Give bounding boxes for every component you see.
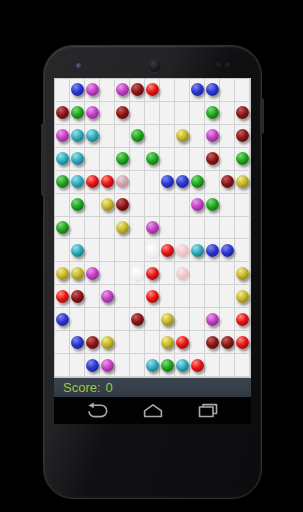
volume-button[interactable] — [41, 123, 45, 196]
board-cell[interactable] — [160, 285, 175, 308]
board-cell[interactable] — [205, 239, 220, 262]
board-cell[interactable] — [145, 354, 160, 377]
board-cell[interactable] — [55, 79, 70, 102]
board-cell[interactable] — [130, 285, 145, 308]
light-sensor — [225, 62, 230, 67]
navigation-bar — [54, 397, 251, 424]
board-cell[interactable] — [190, 194, 205, 217]
board-cell[interactable] — [205, 194, 220, 217]
board-cell[interactable] — [220, 148, 235, 171]
board-cell[interactable] — [205, 217, 220, 240]
board-cell[interactable] — [55, 125, 70, 148]
board-cell[interactable] — [85, 125, 100, 148]
screen: Score: 0 — [54, 78, 251, 422]
board-cell[interactable] — [70, 354, 85, 377]
board-cell[interactable] — [145, 194, 160, 217]
cyan-ball[interactable] — [191, 244, 204, 257]
board-cell[interactable] — [130, 194, 145, 217]
cyan-ball[interactable] — [56, 152, 69, 165]
board-cell[interactable] — [190, 125, 205, 148]
phone-frame: Score: 0 — [43, 45, 262, 499]
board-cell[interactable] — [55, 354, 70, 377]
board-cell[interactable] — [145, 285, 160, 308]
green-ball[interactable] — [206, 106, 219, 119]
green-ball[interactable] — [236, 152, 249, 165]
red-ball[interactable] — [236, 313, 249, 326]
board-cell[interactable] — [70, 79, 85, 102]
green-ball[interactable] — [191, 175, 204, 188]
board-cell[interactable] — [175, 79, 190, 102]
red-ball[interactable] — [146, 290, 159, 303]
dark-red-ball[interactable] — [221, 175, 234, 188]
yellow-ball[interactable] — [101, 198, 114, 211]
board-cell[interactable] — [190, 354, 205, 377]
board-cell[interactable] — [160, 217, 175, 240]
magenta-ball[interactable] — [146, 221, 159, 234]
score-value: 0 — [106, 380, 113, 395]
board-cell[interactable] — [145, 308, 160, 331]
board-cell[interactable] — [235, 125, 250, 148]
magenta-ball[interactable] — [206, 129, 219, 142]
cyan-ball[interactable] — [71, 129, 84, 142]
red-ball[interactable] — [191, 359, 204, 372]
score-label: Score: — [63, 380, 101, 395]
cyan-ball[interactable] — [71, 244, 84, 257]
board-cell[interactable] — [85, 262, 100, 285]
board-cell[interactable] — [175, 331, 190, 354]
preview-white-ball[interactable] — [131, 267, 144, 280]
board-cell[interactable] — [70, 171, 85, 194]
board-cell[interactable] — [190, 217, 205, 240]
board-cell[interactable] — [220, 194, 235, 217]
board-cell[interactable] — [160, 308, 175, 331]
board-cell[interactable] — [85, 308, 100, 331]
board-cell[interactable] — [130, 125, 145, 148]
board-cell[interactable] — [130, 262, 145, 285]
board-cell[interactable] — [205, 308, 220, 331]
board-cell[interactable] — [85, 171, 100, 194]
board-cell[interactable] — [220, 102, 235, 125]
board-cell[interactable] — [100, 79, 115, 102]
dark-red-ball[interactable] — [206, 336, 219, 349]
red-ball[interactable] — [146, 267, 159, 280]
board-cell[interactable] — [55, 194, 70, 217]
board-cell[interactable] — [190, 239, 205, 262]
board-cell[interactable] — [235, 239, 250, 262]
board-cell[interactable] — [235, 354, 250, 377]
magenta-ball[interactable] — [86, 106, 99, 119]
board-cell[interactable] — [55, 331, 70, 354]
green-ball[interactable] — [71, 106, 84, 119]
board-cell[interactable] — [175, 239, 190, 262]
board-cell[interactable] — [190, 102, 205, 125]
cyan-ball[interactable] — [176, 359, 189, 372]
board-cell[interactable] — [100, 171, 115, 194]
magenta-ball[interactable] — [191, 198, 204, 211]
board-cell[interactable] — [130, 148, 145, 171]
preview-pink-ball[interactable] — [176, 244, 189, 257]
board-cell[interactable] — [235, 79, 250, 102]
board-cell[interactable] — [130, 331, 145, 354]
dark-red-ball[interactable] — [206, 152, 219, 165]
yellow-ball[interactable] — [116, 221, 129, 234]
board-cell[interactable] — [85, 194, 100, 217]
board-cell[interactable] — [55, 148, 70, 171]
cyan-ball[interactable] — [71, 152, 84, 165]
dark-red-ball[interactable] — [71, 290, 84, 303]
board-cell[interactable] — [220, 171, 235, 194]
board-cell[interactable] — [115, 194, 130, 217]
board-cell[interactable] — [220, 285, 235, 308]
board-cell[interactable] — [85, 285, 100, 308]
board-cell[interactable] — [115, 285, 130, 308]
board-cell[interactable] — [190, 285, 205, 308]
dark-red-ball[interactable] — [116, 198, 129, 211]
proximity-sensor — [216, 62, 221, 67]
board-cell[interactable] — [175, 194, 190, 217]
red-ball[interactable] — [146, 83, 159, 96]
board-cell[interactable] — [175, 308, 190, 331]
board-cell[interactable] — [85, 79, 100, 102]
board-cell[interactable] — [100, 102, 115, 125]
board-cell[interactable] — [130, 79, 145, 102]
board-cell[interactable] — [160, 148, 175, 171]
board-cell[interactable] — [160, 262, 175, 285]
board-cell[interactable] — [85, 239, 100, 262]
board-cell[interactable] — [55, 217, 70, 240]
board-cell[interactable] — [100, 239, 115, 262]
green-ball[interactable] — [131, 129, 144, 142]
board-cell[interactable] — [115, 217, 130, 240]
red-ball[interactable] — [86, 175, 99, 188]
dark-red-ball[interactable] — [131, 83, 144, 96]
front-camera — [76, 63, 82, 69]
board-cell[interactable] — [115, 148, 130, 171]
preview-white-ball[interactable] — [146, 244, 159, 257]
board-cell[interactable] — [145, 171, 160, 194]
board-cell[interactable] — [70, 102, 85, 125]
back-icon[interactable] — [85, 402, 111, 419]
blue-ball[interactable] — [86, 359, 99, 372]
board-cell[interactable] — [100, 194, 115, 217]
board-cell[interactable] — [235, 217, 250, 240]
board-cell[interactable] — [190, 171, 205, 194]
green-ball[interactable] — [116, 152, 129, 165]
board-cell[interactable] — [100, 308, 115, 331]
board-cell[interactable] — [220, 217, 235, 240]
board-cell[interactable] — [145, 102, 160, 125]
blue-ball[interactable] — [191, 83, 204, 96]
board-cell[interactable] — [70, 125, 85, 148]
board-cell[interactable] — [175, 285, 190, 308]
board-cell[interactable] — [160, 194, 175, 217]
board-cell[interactable] — [115, 262, 130, 285]
board-cell[interactable] — [100, 125, 115, 148]
green-ball[interactable] — [206, 198, 219, 211]
board-cell[interactable] — [205, 285, 220, 308]
board-cell[interactable] — [85, 354, 100, 377]
red-ball[interactable] — [176, 336, 189, 349]
board-cell[interactable] — [85, 331, 100, 354]
board-cell[interactable] — [115, 354, 130, 377]
board-cell[interactable] — [205, 354, 220, 377]
board-cell[interactable] — [235, 171, 250, 194]
board-cell[interactable] — [175, 354, 190, 377]
board-cell[interactable] — [235, 102, 250, 125]
cyan-ball[interactable] — [71, 175, 84, 188]
board-cell[interactable] — [160, 171, 175, 194]
board-cell[interactable] — [130, 102, 145, 125]
home-icon[interactable] — [140, 402, 166, 419]
preview-mauve-ball[interactable] — [116, 175, 129, 188]
board-cell[interactable] — [130, 308, 145, 331]
recents-icon[interactable] — [195, 402, 221, 419]
board-cell[interactable] — [220, 262, 235, 285]
board-cell[interactable] — [190, 331, 205, 354]
board-cell[interactable] — [70, 262, 85, 285]
board-cell[interactable] — [145, 217, 160, 240]
green-ball[interactable] — [56, 221, 69, 234]
blue-ball[interactable] — [56, 313, 69, 326]
board-cell[interactable] — [205, 262, 220, 285]
board-cell[interactable] — [70, 308, 85, 331]
board-cell[interactable] — [100, 217, 115, 240]
board-cell[interactable] — [55, 171, 70, 194]
yellow-ball[interactable] — [236, 175, 249, 188]
blue-ball[interactable] — [71, 83, 84, 96]
board-cell[interactable] — [175, 171, 190, 194]
board-cell[interactable] — [145, 262, 160, 285]
board-cell[interactable] — [100, 148, 115, 171]
board-cell[interactable] — [100, 262, 115, 285]
board-cell[interactable] — [70, 285, 85, 308]
yellow-ball[interactable] — [161, 313, 174, 326]
dark-red-ball[interactable] — [116, 106, 129, 119]
board-cell[interactable] — [175, 102, 190, 125]
yellow-ball[interactable] — [236, 267, 249, 280]
board-cell[interactable] — [100, 285, 115, 308]
preview-pink-ball[interactable] — [176, 267, 189, 280]
board-cell[interactable] — [130, 171, 145, 194]
board-cell[interactable] — [130, 354, 145, 377]
board-cell[interactable] — [145, 125, 160, 148]
blue-ball[interactable] — [71, 336, 84, 349]
board-cell[interactable] — [145, 239, 160, 262]
board-cell[interactable] — [190, 308, 205, 331]
board-cell[interactable] — [85, 217, 100, 240]
power-button[interactable] — [260, 98, 264, 134]
board-cell[interactable] — [70, 148, 85, 171]
board-cell[interactable] — [100, 354, 115, 377]
board-cell[interactable] — [55, 102, 70, 125]
board-cell[interactable] — [115, 308, 130, 331]
board-cell[interactable] — [190, 262, 205, 285]
magenta-ball[interactable] — [206, 313, 219, 326]
board-cell[interactable] — [115, 331, 130, 354]
board-cell[interactable] — [55, 308, 70, 331]
red-ball[interactable] — [161, 244, 174, 257]
board-cell[interactable] — [160, 239, 175, 262]
board-cell[interactable] — [220, 79, 235, 102]
board-cell[interactable] — [175, 217, 190, 240]
magenta-ball[interactable] — [86, 267, 99, 280]
board-cell[interactable] — [175, 125, 190, 148]
cyan-ball[interactable] — [146, 359, 159, 372]
board-cell[interactable] — [55, 262, 70, 285]
board-cell[interactable] — [235, 262, 250, 285]
blue-ball[interactable] — [176, 175, 189, 188]
dark-red-ball[interactable] — [236, 106, 249, 119]
board-cell[interactable] — [205, 125, 220, 148]
green-ball[interactable] — [146, 152, 159, 165]
green-ball[interactable] — [56, 175, 69, 188]
board-cell[interactable] — [235, 331, 250, 354]
cyan-ball[interactable] — [86, 129, 99, 142]
board-cell[interactable] — [220, 308, 235, 331]
board-cell[interactable] — [70, 194, 85, 217]
board-cell[interactable] — [85, 102, 100, 125]
board-cell[interactable] — [100, 331, 115, 354]
board-cell[interactable] — [70, 331, 85, 354]
board-cell[interactable] — [160, 125, 175, 148]
board-cell[interactable] — [145, 79, 160, 102]
magenta-ball[interactable] — [101, 359, 114, 372]
board-cell[interactable] — [220, 331, 235, 354]
magenta-ball[interactable] — [116, 83, 129, 96]
board-cell[interactable] — [220, 354, 235, 377]
board-cell[interactable] — [145, 331, 160, 354]
board-cell[interactable] — [115, 79, 130, 102]
blue-ball[interactable] — [221, 244, 234, 257]
board-cell[interactable] — [235, 194, 250, 217]
dark-red-ball[interactable] — [221, 336, 234, 349]
board-cell[interactable] — [115, 239, 130, 262]
board-cell[interactable] — [115, 125, 130, 148]
board-cell[interactable] — [175, 262, 190, 285]
board-cell[interactable] — [130, 239, 145, 262]
canvas-background: Score: 0 — [0, 0, 303, 512]
yellow-ball[interactable] — [176, 129, 189, 142]
board-cell[interactable] — [130, 217, 145, 240]
yellow-ball[interactable] — [101, 336, 114, 349]
board-cell[interactable] — [70, 217, 85, 240]
dark-red-ball[interactable] — [56, 106, 69, 119]
magenta-ball[interactable] — [56, 129, 69, 142]
board-cell[interactable] — [220, 125, 235, 148]
blue-ball[interactable] — [206, 83, 219, 96]
dark-red-ball[interactable] — [131, 313, 144, 326]
yellow-ball[interactable] — [161, 336, 174, 349]
green-ball[interactable] — [71, 198, 84, 211]
red-ball[interactable] — [101, 175, 114, 188]
board-cell[interactable] — [205, 79, 220, 102]
green-ball[interactable] — [161, 359, 174, 372]
board-cell[interactable] — [160, 79, 175, 102]
board-cell[interactable] — [115, 102, 130, 125]
dark-red-ball[interactable] — [86, 336, 99, 349]
board-cell[interactable] — [55, 239, 70, 262]
dark-red-ball[interactable] — [236, 129, 249, 142]
board-cell[interactable] — [160, 102, 175, 125]
game-board[interactable] — [54, 78, 251, 378]
blue-ball[interactable] — [206, 244, 219, 257]
board-cell[interactable] — [70, 239, 85, 262]
earpiece-speaker — [147, 58, 162, 73]
board-cell[interactable] — [85, 148, 100, 171]
board-cell[interactable] — [205, 102, 220, 125]
yellow-ball[interactable] — [56, 267, 69, 280]
board-cell[interactable] — [160, 331, 175, 354]
board-cell[interactable] — [220, 239, 235, 262]
magenta-ball[interactable] — [101, 290, 114, 303]
board-cell[interactable] — [115, 171, 130, 194]
board-cell[interactable] — [160, 354, 175, 377]
board-cell[interactable] — [235, 148, 250, 171]
board-cell[interactable] — [145, 148, 160, 171]
magenta-ball[interactable] — [86, 83, 99, 96]
yellow-ball[interactable] — [71, 267, 84, 280]
red-ball[interactable] — [236, 336, 249, 349]
board-cell[interactable] — [175, 148, 190, 171]
yellow-ball[interactable] — [236, 290, 249, 303]
score-bar: Score: 0 — [54, 378, 251, 397]
board-cell[interactable] — [205, 171, 220, 194]
board-cell[interactable] — [205, 331, 220, 354]
board-cell[interactable] — [235, 308, 250, 331]
blue-ball[interactable] — [161, 175, 174, 188]
board-cell[interactable] — [190, 148, 205, 171]
red-ball[interactable] — [56, 290, 69, 303]
board-cell[interactable] — [55, 285, 70, 308]
board-cell[interactable] — [190, 79, 205, 102]
board-cell[interactable] — [205, 148, 220, 171]
board-cell[interactable] — [235, 285, 250, 308]
